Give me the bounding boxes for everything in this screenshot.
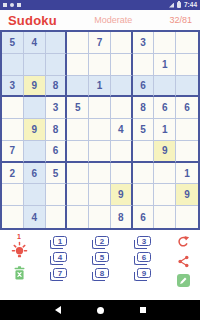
trash-icon	[12, 265, 27, 284]
notification-icon-1	[3, 3, 7, 7]
cell-r8c2[interactable]	[24, 184, 46, 206]
share-button[interactable]	[177, 255, 190, 271]
keypad-9[interactable]: 9	[137, 268, 151, 278]
app-title: Sudoku	[8, 13, 57, 28]
cell-r6c1[interactable]: 7	[2, 141, 24, 163]
back-icon	[55, 306, 61, 314]
keypad-8[interactable]: 8	[95, 268, 109, 278]
cell-r6c9[interactable]	[176, 141, 198, 163]
status-bar: 7:44	[0, 0, 200, 10]
cell-r8c6[interactable]: 9	[111, 184, 133, 206]
lightbulb-icon	[11, 241, 28, 262]
screen: 7:44 Sudoku Moderate 32/81 5473139816358…	[0, 0, 200, 320]
cell-r2c5[interactable]	[89, 54, 111, 76]
cell-r2c6[interactable]	[111, 54, 133, 76]
notes-button[interactable]	[177, 274, 190, 287]
cell-r7c6[interactable]	[111, 163, 133, 185]
cell-r9c3[interactable]	[46, 206, 68, 228]
cell-r2c7[interactable]	[133, 54, 155, 76]
home-button[interactable]	[97, 307, 104, 314]
cell-r2c3[interactable]	[46, 54, 68, 76]
cell-r4c8[interactable]: 6	[154, 97, 176, 119]
cell-r7c5[interactable]	[89, 163, 111, 185]
cell-r5c6[interactable]: 4	[111, 119, 133, 141]
cell-r8c3[interactable]	[46, 184, 68, 206]
cell-r5c3[interactable]: 8	[46, 119, 68, 141]
restart-button[interactable]	[176, 235, 190, 252]
cell-r6c6[interactable]	[111, 141, 133, 163]
cell-r7c8[interactable]	[154, 163, 176, 185]
cell-r7c7[interactable]	[133, 163, 155, 185]
battery-icon	[177, 2, 181, 8]
cell-r7c4[interactable]	[67, 163, 89, 185]
restart-icon	[176, 235, 190, 252]
cell-r3c4[interactable]	[67, 76, 89, 98]
cell-r1c2[interactable]: 4	[24, 32, 46, 54]
keypad-1[interactable]: 1	[53, 236, 67, 246]
keypad-3[interactable]: 3	[137, 236, 151, 246]
cell-r5c1[interactable]	[2, 119, 24, 141]
progress-counter: 32/81	[169, 15, 192, 25]
hint-button[interactable]	[11, 241, 28, 262]
cell-r5c7[interactable]: 5	[133, 119, 155, 141]
cell-r2c1[interactable]	[2, 54, 24, 76]
toolbar-left: 1	[7, 233, 31, 287]
cell-r9c6[interactable]: 8	[111, 206, 133, 228]
cell-r8c8[interactable]	[154, 184, 176, 206]
cell-r9c9[interactable]	[176, 206, 198, 228]
cell-r6c4[interactable]	[67, 141, 89, 163]
back-button[interactable]	[55, 306, 61, 314]
bottom-spacer	[0, 290, 200, 300]
sudoku-board: 54731398163586698451769265199486	[0, 30, 200, 230]
cell-r3c3[interactable]: 8	[46, 76, 68, 98]
home-icon	[97, 307, 104, 314]
difficulty-label: Moderate	[57, 15, 170, 25]
cell-r5c5[interactable]	[89, 119, 111, 141]
app-bar: Sudoku Moderate 32/81	[0, 10, 200, 30]
signal-icon	[169, 3, 174, 8]
status-time: 7:44	[184, 2, 197, 9]
cell-r3c5[interactable]: 1	[89, 76, 111, 98]
erase-button[interactable]	[12, 265, 27, 284]
cell-r1c9[interactable]	[176, 32, 198, 54]
cell-r3c7[interactable]: 6	[133, 76, 155, 98]
recents-button[interactable]	[140, 307, 146, 313]
cell-r7c3[interactable]: 5	[46, 163, 68, 185]
cell-r1c1[interactable]: 5	[2, 32, 24, 54]
cell-r3c8[interactable]	[154, 76, 176, 98]
cell-r7c1[interactable]: 2	[2, 163, 24, 185]
cell-r9c8[interactable]	[154, 206, 176, 228]
cell-r7c2[interactable]: 6	[24, 163, 46, 185]
cell-r1c6[interactable]	[111, 32, 133, 54]
cell-r9c4[interactable]	[67, 206, 89, 228]
cell-r3c1[interactable]: 3	[2, 76, 24, 98]
cell-r6c5[interactable]	[89, 141, 111, 163]
cell-r2c2[interactable]	[24, 54, 46, 76]
cell-r3c6[interactable]	[111, 76, 133, 98]
cell-r1c7[interactable]: 3	[133, 32, 155, 54]
recents-icon	[140, 307, 146, 313]
keypad-2[interactable]: 2	[95, 236, 109, 246]
cell-r5c2[interactable]: 9	[24, 119, 46, 141]
cell-r4c6[interactable]	[111, 97, 133, 119]
cell-r8c4[interactable]	[67, 184, 89, 206]
toolbar-right	[173, 235, 193, 290]
cell-r3c2[interactable]: 9	[24, 76, 46, 98]
cell-r9c5[interactable]	[89, 206, 111, 228]
keypad-4[interactable]: 4	[53, 252, 67, 262]
cell-r5c9[interactable]	[176, 119, 198, 141]
cell-r4c9[interactable]: 6	[176, 97, 198, 119]
cell-r5c8[interactable]: 1	[154, 119, 176, 141]
cell-r2c4[interactable]	[67, 54, 89, 76]
cell-r6c2[interactable]	[24, 141, 46, 163]
cell-r1c8[interactable]	[154, 32, 176, 54]
number-keypad: 123456789	[31, 236, 173, 278]
notification-icon-2	[10, 3, 14, 7]
cell-r9c2[interactable]: 4	[24, 206, 46, 228]
cell-r8c1[interactable]	[2, 184, 24, 206]
cell-r1c3[interactable]	[46, 32, 68, 54]
cell-r6c7[interactable]	[133, 141, 155, 163]
cell-r2c8[interactable]: 1	[154, 54, 176, 76]
cell-r5c4[interactable]	[67, 119, 89, 141]
keypad-5[interactable]: 5	[95, 252, 109, 262]
cell-r8c5[interactable]	[89, 184, 111, 206]
cell-r7c9[interactable]: 1	[176, 163, 198, 185]
cell-r4c5[interactable]	[89, 97, 111, 119]
hint-count-badge: 1	[17, 233, 21, 240]
cell-r9c1[interactable]	[2, 206, 24, 228]
keypad-6[interactable]: 6	[137, 252, 151, 262]
cell-r4c1[interactable]	[2, 97, 24, 119]
cell-r4c3[interactable]: 3	[46, 97, 68, 119]
cell-r6c8[interactable]: 9	[154, 141, 176, 163]
share-icon	[177, 255, 190, 271]
cell-r1c4[interactable]	[67, 32, 89, 54]
android-nav-bar	[0, 300, 200, 320]
cell-r2c9[interactable]	[176, 54, 198, 76]
cell-r1c5[interactable]: 7	[89, 32, 111, 54]
cell-r4c4[interactable]: 5	[67, 97, 89, 119]
cell-r9c7[interactable]: 6	[133, 206, 155, 228]
cell-r4c2[interactable]	[24, 97, 46, 119]
cell-r6c3[interactable]: 6	[46, 141, 68, 163]
pencil-icon	[177, 274, 190, 287]
notification-icon-3	[17, 3, 21, 7]
cell-r8c9[interactable]: 9	[176, 184, 198, 206]
cell-r8c7[interactable]	[133, 184, 155, 206]
toolbar: 1	[0, 230, 200, 290]
keypad-7[interactable]: 7	[53, 268, 67, 278]
cell-r3c9[interactable]	[176, 76, 198, 98]
cell-r4c7[interactable]: 8	[133, 97, 155, 119]
